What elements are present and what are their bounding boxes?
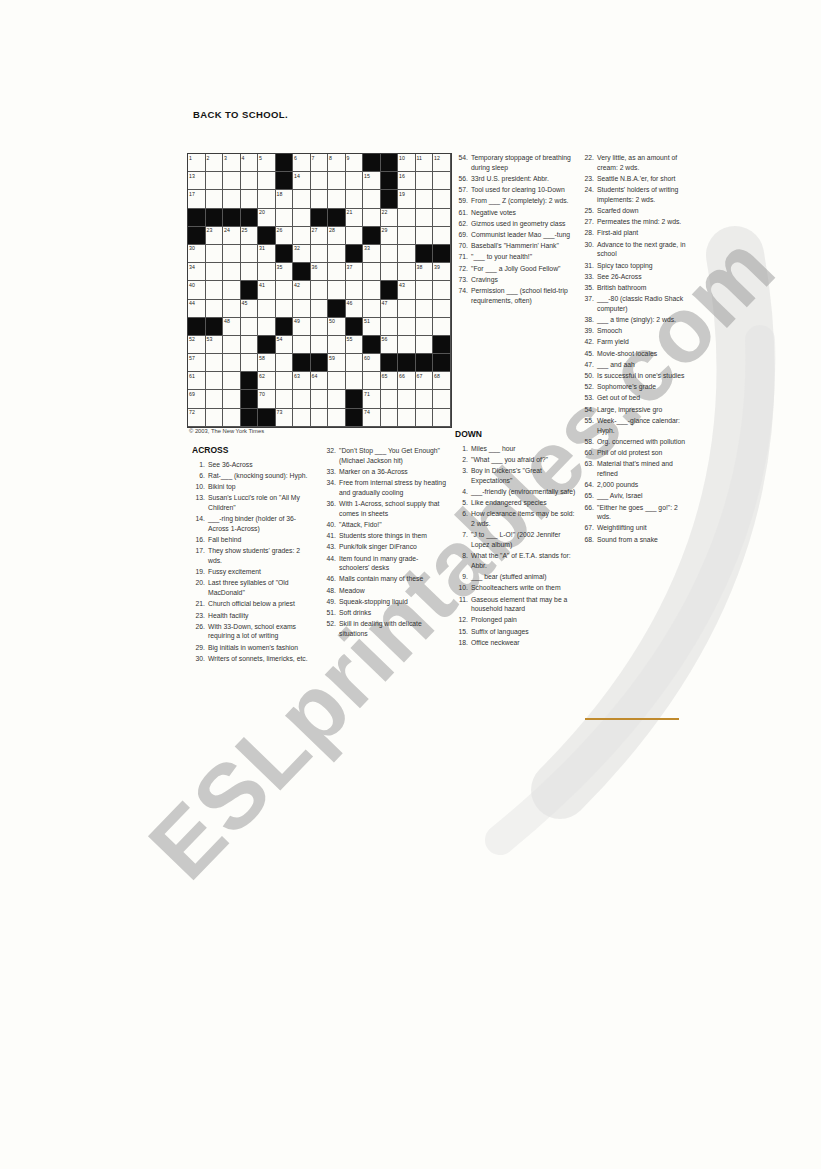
grid-cell[interactable]: 72 (188, 409, 206, 427)
clue-item: 37.___-80 (classic Radio Shack computer) (581, 294, 691, 313)
grid-cell[interactable] (398, 318, 416, 336)
grid-cell[interactable] (381, 390, 399, 408)
grid-cell[interactable]: 63 (293, 372, 311, 390)
grid-cell[interactable] (293, 190, 311, 208)
grid-cell[interactable] (381, 245, 399, 263)
grid-cell[interactable]: 14 (293, 172, 311, 190)
grid-cell[interactable] (328, 390, 346, 408)
grid-cell[interactable] (206, 354, 224, 372)
grid-cell[interactable] (293, 336, 311, 354)
clue-number: 13. (192, 493, 208, 512)
clue-item: 35.British bathroom (581, 283, 691, 293)
black-cell (346, 390, 364, 408)
clue-number: 23. (581, 174, 597, 184)
clue-number: 9. (455, 572, 471, 582)
grid-cell[interactable] (293, 209, 311, 227)
grid-cell[interactable] (416, 172, 434, 190)
grid-cell[interactable] (416, 281, 434, 299)
clue-item: 52.Sophomore's grade (581, 382, 691, 392)
grid-cell[interactable]: 62 (258, 372, 276, 390)
grid-cell[interactable]: 1 (188, 154, 206, 172)
grid-cell[interactable] (328, 263, 346, 281)
grid-cell[interactable] (206, 172, 224, 190)
grid-cell[interactable] (416, 227, 434, 245)
grid-cell[interactable]: 69 (188, 390, 206, 408)
grid-cell[interactable] (381, 318, 399, 336)
grid-cell[interactable] (328, 172, 346, 190)
across-heading: ACROSS (192, 446, 311, 456)
grid-cell[interactable] (398, 336, 416, 354)
clue-number: 66. (581, 503, 597, 522)
grid-cell[interactable] (311, 336, 329, 354)
clue-item: 26.With 33-Down, school exams requiring … (192, 622, 311, 641)
grid-cell[interactable]: 4 (241, 154, 259, 172)
clue-column-across-1: ACROSS 1.See 36-Across6.Rat-___ (knockin… (192, 446, 311, 665)
grid-cell[interactable] (311, 390, 329, 408)
clue-item: 54.Temporary stoppage of breathing durin… (455, 153, 578, 172)
grid-cell[interactable] (433, 318, 451, 336)
grid-cell[interactable]: 28 (328, 227, 346, 245)
grid-cell[interactable]: 64 (311, 372, 329, 390)
grid-cell[interactable]: 44 (188, 300, 206, 318)
black-cell (433, 336, 451, 354)
cell-number: 67 (417, 373, 423, 379)
grid-cell[interactable] (311, 409, 329, 427)
clue-item: 1.Miles ___ hour (455, 444, 578, 454)
grid-cell[interactable] (223, 172, 241, 190)
grid-cell[interactable] (363, 263, 381, 281)
grid-cell[interactable]: 7 (311, 154, 329, 172)
grid-cell[interactable] (223, 409, 241, 427)
grid-cell[interactable]: 54 (276, 336, 294, 354)
clue-number: 35. (581, 283, 597, 293)
clue-item: 41.Students store things in them (323, 531, 448, 541)
grid-cell[interactable]: 53 (206, 336, 224, 354)
grid-cell[interactable]: 60 (363, 354, 381, 372)
cell-number: 20 (259, 209, 265, 215)
grid-cell[interactable] (433, 209, 451, 227)
grid-cell[interactable] (206, 263, 224, 281)
grid-cell[interactable] (241, 336, 259, 354)
grid-cell[interactable] (241, 245, 259, 263)
grid-cell[interactable]: 5 (258, 154, 276, 172)
grid-cell[interactable] (416, 300, 434, 318)
grid-cell[interactable] (276, 372, 294, 390)
black-cell (363, 227, 381, 245)
cell-number: 22 (382, 209, 388, 215)
clue-item: 53.Get out of bed (581, 393, 691, 403)
grid-cell[interactable]: 18 (276, 190, 294, 208)
clue-item: 48.Meadow (323, 586, 448, 596)
grid-cell[interactable]: 19 (398, 190, 416, 208)
clue-item: 15.Suffix of languages (455, 627, 578, 637)
black-cell (258, 227, 276, 245)
grid-cell[interactable]: 26 (276, 227, 294, 245)
grid-cell[interactable] (328, 245, 346, 263)
grid-cell[interactable]: 45 (241, 300, 259, 318)
grid-cell[interactable] (416, 409, 434, 427)
grid-cell[interactable] (258, 318, 276, 336)
grid-cell[interactable] (433, 190, 451, 208)
grid-cell[interactable] (223, 281, 241, 299)
grid-cell[interactable] (398, 227, 416, 245)
clue-item: 18.Office neckwear (455, 638, 578, 648)
grid-cell[interactable] (206, 390, 224, 408)
grid-cell[interactable]: 68 (433, 372, 451, 390)
clue-number: 31. (581, 261, 597, 271)
grid-cell[interactable]: 16 (398, 172, 416, 190)
clue-number: 63. (581, 459, 597, 478)
cell-number: 62 (259, 373, 265, 379)
clue-item: 43.Punk/folk singer DiFranco (323, 542, 448, 552)
grid-cell[interactable] (206, 372, 224, 390)
grid-cell[interactable] (433, 409, 451, 427)
clue-text: Movie-shoot locales (597, 349, 691, 359)
cell-number: 6 (294, 155, 297, 161)
grid-cell[interactable] (258, 190, 276, 208)
grid-cell[interactable]: 6 (293, 154, 311, 172)
grid-cell[interactable]: 48 (223, 318, 241, 336)
clue-number: 36. (323, 499, 339, 518)
black-cell (293, 354, 311, 372)
cell-number: 50 (329, 318, 335, 324)
grid-cell[interactable]: 10 (398, 154, 416, 172)
clue-number: 61. (455, 208, 471, 218)
grid-cell[interactable] (416, 390, 434, 408)
grid-cell[interactable]: 59 (328, 354, 346, 372)
clue-text: Last three syllables of "Old MacDonald" (208, 578, 311, 597)
grid-cell[interactable] (223, 245, 241, 263)
cell-number: 17 (189, 191, 195, 197)
grid-cell[interactable] (398, 245, 416, 263)
clue-text: Very little, as an amount of cream: 2 wd… (597, 153, 691, 172)
grid-cell[interactable] (346, 190, 364, 208)
clue-number: 33. (323, 467, 339, 477)
clue-item: 27.Permeates the mind: 2 wds. (581, 217, 691, 227)
grid-cell[interactable] (398, 263, 416, 281)
grid-cell[interactable] (206, 300, 224, 318)
grid-cell[interactable]: 40 (188, 281, 206, 299)
grid-cell[interactable] (416, 190, 434, 208)
grid-cell[interactable]: 57 (188, 354, 206, 372)
grid-cell[interactable]: 23 (206, 227, 224, 245)
grid-cell[interactable] (381, 263, 399, 281)
cell-number: 73 (277, 409, 283, 415)
clue-number: 58. (581, 437, 597, 447)
grid-cell[interactable] (416, 336, 434, 354)
grid-cell[interactable]: 3 (223, 154, 241, 172)
crossword-grid: 1234567891011121314151617181920212223242… (187, 153, 452, 428)
grid-cell[interactable]: 33 (363, 245, 381, 263)
down-clues-2: 22.Very little, as an amount of cream: 2… (581, 153, 691, 544)
grid-cell[interactable]: 74 (363, 409, 381, 427)
clue-number: 71. (455, 252, 471, 262)
grid-cell[interactable]: 2 (206, 154, 224, 172)
grid-cell[interactable] (346, 354, 364, 372)
grid-cell[interactable]: 37 (346, 263, 364, 281)
clue-text: Students store things in them (339, 531, 448, 541)
grid-cell[interactable] (311, 172, 329, 190)
grid-cell[interactable] (328, 372, 346, 390)
black-cell (276, 245, 294, 263)
grid-cell[interactable]: 32 (293, 245, 311, 263)
cell-number: 31 (259, 245, 265, 251)
grid-cell[interactable]: 34 (188, 263, 206, 281)
black-cell (381, 190, 399, 208)
grid-cell[interactable] (398, 409, 416, 427)
grid-cell[interactable] (223, 354, 241, 372)
black-cell (381, 172, 399, 190)
grid-cell[interactable] (241, 190, 259, 208)
grid-cell[interactable] (241, 354, 259, 372)
clue-item: 22.Very little, as an amount of cream: 2… (581, 153, 691, 172)
cell-number: 64 (312, 373, 318, 379)
grid-cell[interactable]: 52 (188, 336, 206, 354)
clue-number: 28. (581, 228, 597, 238)
grid-cell[interactable] (206, 281, 224, 299)
grid-cell[interactable] (416, 209, 434, 227)
grid-cell[interactable] (433, 172, 451, 190)
grid-cell[interactable]: 39 (433, 263, 451, 281)
grid-cell[interactable] (363, 372, 381, 390)
clue-item: 71."___ to your health!" (455, 252, 578, 262)
clue-text: Miles ___ hour (471, 444, 578, 454)
clue-number: 27. (581, 217, 597, 227)
grid-cell[interactable]: 51 (363, 318, 381, 336)
clue-text: ___-80 (classic Radio Shack computer) (597, 294, 691, 313)
grid-cell[interactable]: 21 (346, 209, 364, 227)
grid-cell[interactable]: 20 (258, 209, 276, 227)
clue-column-across-3: 54.Temporary stoppage of breathing durin… (455, 153, 578, 307)
grid-cell[interactable] (293, 300, 311, 318)
clue-text: ___ bear (stuffed animal) (471, 572, 578, 582)
grid-cell[interactable]: 73 (276, 409, 294, 427)
clue-item: 13.Susan's Lucci's role on "All My Child… (192, 493, 311, 512)
black-cell (433, 245, 451, 263)
grid-cell[interactable]: 36 (311, 263, 329, 281)
grid-cell[interactable] (398, 390, 416, 408)
grid-cell[interactable] (293, 390, 311, 408)
grid-cell[interactable]: 12 (433, 154, 451, 172)
clue-text: Permeates the mind: 2 wds. (597, 217, 691, 227)
grid-cell[interactable] (206, 409, 224, 427)
clue-item: 55.Week-___-glance calendar: Hyph. (581, 416, 691, 435)
grid-cell[interactable] (433, 281, 451, 299)
clue-item: 49.Squeak-stopping liquid (323, 597, 448, 607)
grid-cell[interactable]: 24 (223, 227, 241, 245)
cell-number: 32 (294, 245, 300, 251)
clue-text: Sound from a snake (597, 535, 691, 545)
grid-cell[interactable]: 49 (293, 318, 311, 336)
grid-cell[interactable]: 15 (363, 172, 381, 190)
grid-cell[interactable]: 67 (416, 372, 434, 390)
grid-cell[interactable] (381, 409, 399, 427)
cell-number: 19 (399, 191, 405, 197)
grid-cell[interactable] (206, 190, 224, 208)
grid-cell[interactable]: 11 (416, 154, 434, 172)
grid-cell[interactable]: 35 (276, 263, 294, 281)
clue-number: 7. (455, 530, 471, 549)
grid-cell[interactable]: 22 (381, 209, 399, 227)
clue-text: From ___ Z (completely): 2 wds. (471, 196, 578, 206)
grid-cell[interactable] (433, 300, 451, 318)
grid-cell[interactable]: 25 (241, 227, 259, 245)
clue-number: 72. (455, 264, 471, 274)
clue-item: 29.Big initials in women's fashion (192, 643, 311, 653)
clue-text: Negative votes (471, 208, 578, 218)
grid-cell[interactable] (346, 227, 364, 245)
grid-cell[interactable] (293, 227, 311, 245)
clue-number: 45. (581, 349, 597, 359)
grid-cell[interactable] (416, 318, 434, 336)
cell-number: 65 (382, 373, 388, 379)
grid-cell[interactable] (223, 263, 241, 281)
cell-number: 70 (259, 391, 265, 397)
clue-item: 10.Schoolteachers write on them (455, 583, 578, 593)
grid-cell[interactable] (311, 300, 329, 318)
grid-cell[interactable]: 55 (346, 336, 364, 354)
grid-cell[interactable]: 56 (381, 336, 399, 354)
grid-cell[interactable] (363, 281, 381, 299)
clue-item: 63.Material that's mined and refined (581, 459, 691, 478)
grid-cell[interactable] (223, 336, 241, 354)
grid-cell[interactable]: 13 (188, 172, 206, 190)
clue-text: Advance to the next grade, in school (597, 240, 691, 259)
grid-cell[interactable] (223, 300, 241, 318)
cell-number: 51 (364, 318, 370, 324)
clue-text: ___ Aviv, Israel (597, 491, 691, 501)
grid-cell[interactable]: 31 (258, 245, 276, 263)
clue-number: 14. (192, 514, 208, 533)
clue-text: Fussy excitement (208, 567, 311, 577)
grid-cell[interactable]: 50 (328, 318, 346, 336)
grid-cell[interactable] (241, 318, 259, 336)
grid-cell[interactable] (346, 372, 364, 390)
grid-cell[interactable] (311, 245, 329, 263)
clue-column-down-1: DOWN 1.Miles ___ hour2."What ___ you afr… (455, 430, 578, 649)
cell-number: 15 (364, 173, 370, 179)
grid-cell[interactable] (346, 281, 364, 299)
grid-cell[interactable] (398, 300, 416, 318)
grid-cell[interactable] (276, 300, 294, 318)
grid-cell[interactable]: 30 (188, 245, 206, 263)
grid-cell[interactable]: 66 (398, 372, 416, 390)
clue-number: 2. (455, 455, 471, 465)
clue-number: 26. (192, 622, 208, 641)
grid-cell[interactable]: 70 (258, 390, 276, 408)
grid-cell[interactable]: 65 (381, 372, 399, 390)
clue-item: 30.Writers of sonnets, limericks, etc. (192, 654, 311, 664)
grid-cell[interactable]: 9 (346, 154, 364, 172)
grid-cell[interactable] (363, 190, 381, 208)
grid-cell[interactable] (346, 172, 364, 190)
grid-cell[interactable] (363, 209, 381, 227)
grid-cell[interactable]: 38 (416, 263, 434, 281)
grid-cell[interactable] (223, 372, 241, 390)
grid-cell[interactable]: 27 (311, 227, 329, 245)
grid-cell[interactable] (223, 190, 241, 208)
clue-text: Big initials in women's fashion (208, 643, 311, 653)
grid-cell[interactable]: 8 (328, 154, 346, 172)
worksheet-page: ESLprintables.com BACK TO SCHOOL. 123456… (0, 0, 821, 1169)
black-cell (241, 390, 259, 408)
clue-item: 23.Health facility (192, 611, 311, 621)
clue-text: Is successful in one's studies (597, 371, 691, 381)
grid-cell[interactable] (258, 263, 276, 281)
cell-number: 16 (399, 173, 405, 179)
grid-cell[interactable]: 71 (363, 390, 381, 408)
grid-cell[interactable]: 17 (188, 190, 206, 208)
grid-cell[interactable] (433, 227, 451, 245)
clue-text: First-aid plant (597, 228, 691, 238)
grid-cell[interactable] (276, 390, 294, 408)
grid-cell[interactable] (328, 336, 346, 354)
across-clues-3: 54.Temporary stoppage of breathing durin… (455, 153, 578, 305)
clue-item: 67.Weightlifting unit (581, 523, 691, 533)
clue-number: 25. (581, 206, 597, 216)
grid-cell[interactable]: 29 (381, 227, 399, 245)
clue-item: 2."What ___ you afraid of?" (455, 455, 578, 465)
grid-cell[interactable]: 41 (258, 281, 276, 299)
grid-cell[interactable] (258, 300, 276, 318)
grid-cell[interactable] (398, 209, 416, 227)
clue-item: 40."Attack, Fido!" (323, 520, 448, 530)
grid-cell[interactable] (276, 354, 294, 372)
clue-text: Writers of sonnets, limericks, etc. (208, 654, 311, 664)
grid-cell[interactable] (206, 245, 224, 263)
clue-text: Tool used for clearing 10-Down (471, 185, 578, 195)
grid-cell[interactable] (241, 172, 259, 190)
clue-number: 52. (581, 382, 597, 392)
grid-cell[interactable] (311, 281, 329, 299)
grid-cell[interactable] (241, 263, 259, 281)
black-cell (346, 409, 364, 427)
cell-number: 21 (347, 209, 353, 215)
grid-cell[interactable] (311, 318, 329, 336)
clue-number: 37. (581, 294, 597, 313)
grid-cell[interactable] (328, 281, 346, 299)
grid-cell[interactable]: 61 (188, 372, 206, 390)
grid-cell[interactable]: 43 (398, 281, 416, 299)
cell-number: 8 (329, 155, 332, 161)
clue-column-down-2: 22.Very little, as an amount of cream: 2… (581, 153, 691, 546)
grid-cell[interactable] (223, 390, 241, 408)
black-cell (381, 281, 399, 299)
grid-cell[interactable] (311, 190, 329, 208)
black-cell (241, 372, 259, 390)
grid-cell[interactable] (328, 409, 346, 427)
clue-text: Susan's Lucci's role on "All My Children… (208, 493, 311, 512)
clue-text: "Don't Stop ___ You Get Enough" (Michael… (339, 446, 448, 465)
cell-number: 40 (189, 282, 195, 288)
grid-cell[interactable] (363, 300, 381, 318)
grid-cell[interactable]: 42 (293, 281, 311, 299)
grid-cell[interactable]: 47 (381, 300, 399, 318)
grid-cell[interactable] (258, 172, 276, 190)
grid-cell[interactable] (293, 409, 311, 427)
grid-cell[interactable] (328, 190, 346, 208)
grid-cell[interactable] (276, 281, 294, 299)
grid-cell[interactable] (433, 390, 451, 408)
cell-number: 11 (417, 155, 422, 161)
black-cell (276, 172, 294, 190)
grid-cell[interactable]: 46 (346, 300, 364, 318)
black-cell (311, 209, 329, 227)
grid-cell[interactable] (276, 209, 294, 227)
clue-text: Church official below a priest (208, 599, 311, 609)
grid-cell[interactable]: 58 (258, 354, 276, 372)
cell-number: 37 (347, 264, 353, 270)
